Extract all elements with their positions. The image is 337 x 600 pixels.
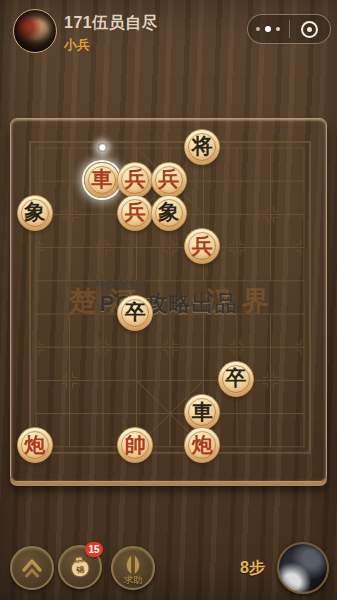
last-move-marker — [98, 143, 107, 152]
piece-red-soldier[interactable]: 兵 — [184, 228, 220, 264]
level-title: 171伍员自尽 — [64, 13, 158, 34]
chevron-up-icon — [19, 555, 45, 581]
piece-red-cannon[interactable]: 炮 — [184, 427, 220, 463]
expand-menu-button[interactable] — [10, 546, 54, 590]
svg-text:锦: 锦 — [75, 565, 85, 575]
ask-help-label: 求助 — [113, 574, 153, 587]
piece-red-soldier[interactable]: 兵 — [117, 162, 153, 198]
ask-help-button[interactable]: 求助 — [111, 546, 155, 590]
piece-red-soldier[interactable]: 兵 — [151, 162, 187, 198]
more-dots-icon — [265, 26, 271, 32]
piece-red-soldier[interactable]: 兵 — [117, 195, 153, 231]
opponent-avatar[interactable] — [13, 9, 57, 53]
piece-red-cannon[interactable]: 炮 — [17, 427, 53, 463]
level-rank-label: 小兵 — [64, 36, 90, 54]
move-counter: 8步 — [240, 558, 265, 579]
hint-count-badge: 15 — [85, 542, 103, 557]
piece-red-general[interactable]: 帥 — [117, 427, 153, 463]
more-options-button[interactable] — [248, 15, 289, 43]
wechat-capsule — [247, 14, 331, 44]
piece-black-elephant[interactable]: 象 — [17, 195, 53, 231]
piece-black-general[interactable]: 将 — [184, 129, 220, 165]
close-miniprogram-button[interactable] — [290, 15, 331, 43]
piece-black-chariot[interactable]: 車 — [184, 394, 220, 430]
piece-black-elephant[interactable]: 象 — [151, 195, 187, 231]
player-avatar[interactable] — [277, 542, 329, 594]
close-circle-icon — [301, 21, 318, 38]
piece-black-soldier[interactable]: 卒 — [117, 295, 153, 331]
more-dots-icon — [276, 27, 280, 31]
more-dots-icon — [256, 27, 260, 31]
piece-grid: 将車兵兵象兵象兵卒卒車炮帥炮 — [18, 130, 320, 462]
app-screen: 171伍员自尽 小兵 楚河 汉界 转载请注明: PC6攻略出品 将車兵兵象兵象兵… — [0, 0, 337, 600]
piece-red-chariot[interactable]: 車 — [84, 162, 120, 198]
piece-black-soldier[interactable]: 卒 — [218, 361, 254, 397]
